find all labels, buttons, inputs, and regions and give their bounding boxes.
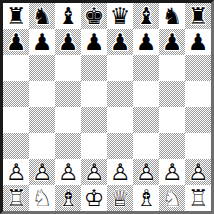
square-a1[interactable]: ♜♖ bbox=[3, 185, 29, 211]
square-c1[interactable]: ♝♗ bbox=[55, 185, 81, 211]
square-h2[interactable]: ♟♙ bbox=[185, 159, 211, 185]
square-h4[interactable] bbox=[185, 107, 211, 133]
square-b3[interactable] bbox=[29, 133, 55, 159]
square-e8[interactable]: ♛ bbox=[107, 3, 133, 29]
square-a6[interactable] bbox=[3, 55, 29, 81]
piece-black-pawn[interactable]: ♟ bbox=[107, 29, 133, 55]
square-a2[interactable]: ♟♙ bbox=[3, 159, 29, 185]
square-b4[interactable] bbox=[29, 107, 55, 133]
square-b5[interactable] bbox=[29, 81, 55, 107]
piece-white-pawn[interactable]: ♙ bbox=[55, 159, 81, 185]
piece-black-pawn[interactable]: ♟ bbox=[159, 29, 185, 55]
piece-white-pawn[interactable]: ♙ bbox=[159, 159, 185, 185]
piece-white-pawn[interactable]: ♙ bbox=[81, 159, 107, 185]
piece-black-pawn[interactable]: ♟ bbox=[185, 29, 211, 55]
square-d6[interactable] bbox=[81, 55, 107, 81]
square-g3[interactable] bbox=[159, 133, 185, 159]
square-b1[interactable]: ♞♘ bbox=[29, 185, 55, 211]
square-c4[interactable] bbox=[55, 107, 81, 133]
square-e4[interactable] bbox=[107, 107, 133, 133]
square-d7[interactable]: ♟ bbox=[81, 29, 107, 55]
square-f7[interactable]: ♟ bbox=[133, 29, 159, 55]
piece-white-knight[interactable]: ♘ bbox=[29, 185, 55, 211]
square-h8[interactable]: ♜ bbox=[185, 3, 211, 29]
square-c5[interactable] bbox=[55, 81, 81, 107]
square-g7[interactable]: ♟ bbox=[159, 29, 185, 55]
square-f6[interactable] bbox=[133, 55, 159, 81]
square-e1[interactable]: ♛♕ bbox=[107, 185, 133, 211]
piece-white-rook[interactable]: ♖ bbox=[3, 185, 29, 211]
square-g4[interactable] bbox=[159, 107, 185, 133]
square-d4[interactable] bbox=[81, 107, 107, 133]
square-g8[interactable]: ♞ bbox=[159, 3, 185, 29]
square-c7[interactable]: ♟ bbox=[55, 29, 81, 55]
square-e7[interactable]: ♟ bbox=[107, 29, 133, 55]
square-d3[interactable] bbox=[81, 133, 107, 159]
square-g6[interactable] bbox=[159, 55, 185, 81]
piece-white-pawn[interactable]: ♙ bbox=[133, 159, 159, 185]
piece-black-pawn[interactable]: ♟ bbox=[133, 29, 159, 55]
piece-white-queen[interactable]: ♕ bbox=[107, 185, 133, 211]
piece-white-pawn[interactable]: ♙ bbox=[185, 159, 211, 185]
square-a5[interactable] bbox=[3, 81, 29, 107]
square-f5[interactable] bbox=[133, 81, 159, 107]
square-c3[interactable] bbox=[55, 133, 81, 159]
square-d2[interactable]: ♟♙ bbox=[81, 159, 107, 185]
square-e2[interactable]: ♟♙ bbox=[107, 159, 133, 185]
square-b6[interactable] bbox=[29, 55, 55, 81]
square-c6[interactable] bbox=[55, 55, 81, 81]
square-a8[interactable]: ♜ bbox=[3, 3, 29, 29]
piece-black-rook[interactable]: ♜ bbox=[185, 3, 211, 29]
piece-white-king[interactable]: ♔ bbox=[81, 185, 107, 211]
piece-white-bishop[interactable]: ♗ bbox=[55, 185, 81, 211]
square-h1[interactable]: ♜♖ bbox=[185, 185, 211, 211]
piece-black-queen[interactable]: ♛ bbox=[107, 3, 133, 29]
square-a4[interactable] bbox=[3, 107, 29, 133]
piece-black-knight[interactable]: ♞ bbox=[29, 3, 55, 29]
square-a7[interactable]: ♟ bbox=[3, 29, 29, 55]
square-h6[interactable] bbox=[185, 55, 211, 81]
piece-white-rook[interactable]: ♖ bbox=[185, 185, 211, 211]
square-h7[interactable]: ♟ bbox=[185, 29, 211, 55]
square-h3[interactable] bbox=[185, 133, 211, 159]
piece-black-king[interactable]: ♚ bbox=[81, 3, 107, 29]
square-d8[interactable]: ♚ bbox=[81, 3, 107, 29]
square-f2[interactable]: ♟♙ bbox=[133, 159, 159, 185]
square-b7[interactable]: ♟ bbox=[29, 29, 55, 55]
square-b8[interactable]: ♞ bbox=[29, 3, 55, 29]
square-f4[interactable] bbox=[133, 107, 159, 133]
piece-white-pawn[interactable]: ♙ bbox=[107, 159, 133, 185]
square-g5[interactable] bbox=[159, 81, 185, 107]
square-h5[interactable] bbox=[185, 81, 211, 107]
square-g1[interactable]: ♞♘ bbox=[159, 185, 185, 211]
piece-black-pawn[interactable]: ♟ bbox=[29, 29, 55, 55]
square-f8[interactable]: ♝ bbox=[133, 3, 159, 29]
piece-white-pawn[interactable]: ♙ bbox=[29, 159, 55, 185]
square-e6[interactable] bbox=[107, 55, 133, 81]
piece-black-bishop[interactable]: ♝ bbox=[55, 3, 81, 29]
square-b2[interactable]: ♟♙ bbox=[29, 159, 55, 185]
piece-black-pawn[interactable]: ♟ bbox=[81, 29, 107, 55]
square-d1[interactable]: ♚♔ bbox=[81, 185, 107, 211]
square-a3[interactable] bbox=[3, 133, 29, 159]
piece-white-knight[interactable]: ♘ bbox=[159, 185, 185, 211]
square-e3[interactable] bbox=[107, 133, 133, 159]
chess-board-diagram: ♜♞♝♚♛♝♞♜♟♟♟♟♟♟♟♟♟♙♟♙♟♙♟♙♟♙♟♙♟♙♟♙♜♖♞♘♝♗♚♔… bbox=[0, 0, 214, 214]
piece-black-bishop[interactable]: ♝ bbox=[133, 3, 159, 29]
square-e5[interactable] bbox=[107, 81, 133, 107]
piece-white-pawn[interactable]: ♙ bbox=[3, 159, 29, 185]
piece-black-rook[interactable]: ♜ bbox=[3, 3, 29, 29]
piece-black-pawn[interactable]: ♟ bbox=[55, 29, 81, 55]
square-f3[interactable] bbox=[133, 133, 159, 159]
chess-board: ♜♞♝♚♛♝♞♜♟♟♟♟♟♟♟♟♟♙♟♙♟♙♟♙♟♙♟♙♟♙♟♙♜♖♞♘♝♗♚♔… bbox=[0, 0, 214, 214]
square-d5[interactable] bbox=[81, 81, 107, 107]
square-g2[interactable]: ♟♙ bbox=[159, 159, 185, 185]
piece-black-knight[interactable]: ♞ bbox=[159, 3, 185, 29]
square-c8[interactable]: ♝ bbox=[55, 3, 81, 29]
square-c2[interactable]: ♟♙ bbox=[55, 159, 81, 185]
square-f1[interactable]: ♝♗ bbox=[133, 185, 159, 211]
piece-white-bishop[interactable]: ♗ bbox=[133, 185, 159, 211]
piece-black-pawn[interactable]: ♟ bbox=[3, 29, 29, 55]
